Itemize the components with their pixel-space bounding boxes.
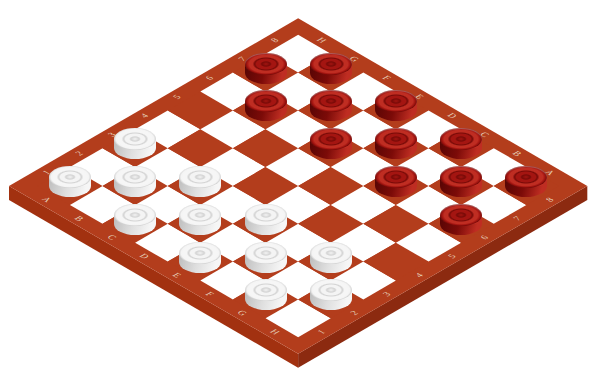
coord-bottom-left-E: E — [171, 272, 184, 279]
piece-top-face — [375, 128, 417, 150]
coord-bottom-right-7: 7 — [511, 215, 523, 222]
red-piece-C7[interactable] — [310, 90, 352, 121]
red-piece-H8[interactable] — [505, 166, 547, 197]
white-piece-E3[interactable] — [245, 204, 287, 235]
coord-top-left-6: 6 — [204, 75, 216, 82]
coord-bottom-right-4: 4 — [413, 272, 425, 279]
piece-top-face — [440, 166, 482, 188]
piece-top-face — [179, 242, 221, 264]
white-piece-C3[interactable] — [179, 166, 221, 197]
piece-top-face — [440, 204, 482, 226]
piece-top-face — [310, 53, 352, 75]
piece-top-face — [49, 166, 91, 188]
white-piece-G3[interactable] — [310, 242, 352, 273]
piece-top-face — [245, 90, 287, 112]
white-piece-D2[interactable] — [179, 204, 221, 235]
red-piece-B6[interactable] — [245, 90, 287, 121]
red-piece-G7[interactable] — [440, 166, 482, 197]
coord-top-right-B: B — [511, 150, 524, 158]
piece-top-face — [179, 204, 221, 226]
coord-top-left-5: 5 — [171, 93, 183, 100]
white-piece-G1[interactable] — [245, 279, 287, 310]
coord-bottom-left-D: D — [138, 252, 151, 260]
white-piece-C1[interactable] — [114, 204, 156, 235]
red-piece-B8[interactable] — [310, 53, 352, 84]
white-piece-B2[interactable] — [114, 166, 156, 197]
red-piece-F8[interactable] — [440, 128, 482, 159]
coord-bottom-right-1: 1 — [316, 329, 328, 336]
white-piece-E1[interactable] — [179, 242, 221, 273]
coord-top-right-F: F — [381, 74, 393, 81]
white-piece-A1[interactable] — [49, 166, 91, 197]
coord-bottom-left-F: F — [203, 291, 215, 298]
coord-bottom-right-6: 6 — [479, 234, 491, 241]
white-piece-H2[interactable] — [310, 279, 352, 310]
red-piece-D8[interactable] — [375, 90, 417, 121]
red-piece-D6[interactable] — [310, 128, 352, 159]
coord-top-left-2: 2 — [73, 150, 85, 157]
white-piece-A3[interactable] — [114, 128, 156, 159]
red-piece-E7[interactable] — [375, 128, 417, 159]
checkers-board: 11AH22BG33CF44DE55ED66FC77GB88HA — [9, 18, 587, 353]
piece-top-face — [245, 53, 287, 75]
piece-top-face — [310, 128, 352, 150]
piece-top-face — [114, 204, 156, 226]
coord-bottom-right-3: 3 — [381, 291, 393, 298]
coord-bottom-right-5: 5 — [446, 253, 458, 260]
piece-top-face — [310, 242, 352, 264]
coord-top-right-D: D — [445, 112, 458, 120]
red-piece-F6[interactable] — [375, 166, 417, 197]
white-piece-F2[interactable] — [245, 242, 287, 273]
red-piece-A7[interactable] — [245, 53, 287, 84]
coord-top-left-4: 4 — [139, 112, 151, 119]
coord-top-right-H: H — [315, 36, 328, 44]
coord-bottom-right-8: 8 — [544, 196, 556, 203]
coord-bottom-left-H: H — [268, 328, 281, 336]
checkers-scene: 11AH22BG33CF44DE55ED66FC77GB88HA — [0, 0, 600, 376]
piece-top-face — [114, 166, 156, 188]
piece-top-face — [245, 204, 287, 226]
coord-top-left-8: 8 — [269, 37, 281, 44]
coord-bottom-right-2: 2 — [348, 310, 360, 317]
red-piece-H6[interactable] — [440, 204, 482, 235]
piece-top-face — [375, 166, 417, 188]
coord-bottom-left-B: B — [73, 215, 86, 223]
piece-top-face — [245, 242, 287, 264]
